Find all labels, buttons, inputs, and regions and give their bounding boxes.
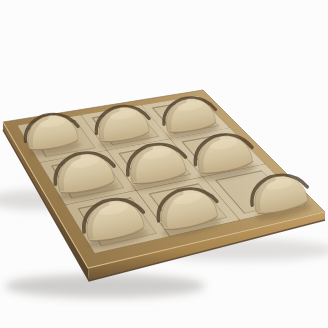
cast-shadow — [5, 274, 205, 298]
product-photo-stage — [0, 0, 328, 328]
watch-tray-photo — [0, 0, 328, 328]
